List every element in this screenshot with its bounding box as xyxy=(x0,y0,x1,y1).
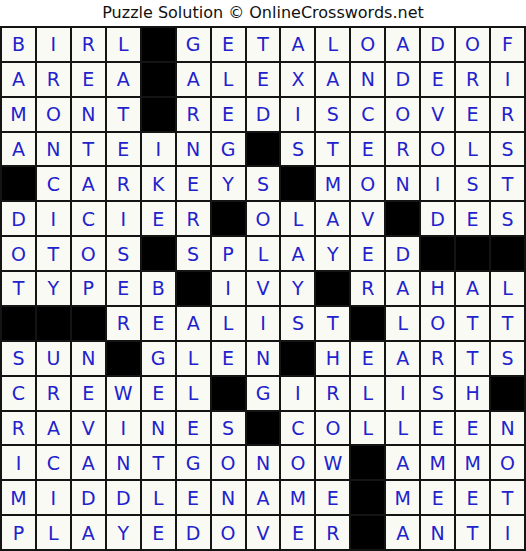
grid-cell: L xyxy=(37,516,70,549)
grid-cell: E xyxy=(421,481,454,514)
grid-cell: A xyxy=(386,446,419,479)
black-square xyxy=(351,516,384,549)
grid-cell: N xyxy=(37,133,70,166)
grid-cell: A xyxy=(386,516,419,549)
grid-cell: T xyxy=(142,446,175,479)
grid-cell: L xyxy=(316,28,349,61)
grid-cell: O xyxy=(72,237,105,270)
black-square xyxy=(281,342,314,375)
grid-cell: V xyxy=(72,412,105,445)
grid-cell: L xyxy=(212,307,245,340)
black-square xyxy=(142,237,175,270)
grid-cell: T xyxy=(37,237,70,270)
grid-cell: A xyxy=(2,133,35,166)
grid-cell: O xyxy=(351,167,384,200)
grid-cell: G xyxy=(212,133,245,166)
grid-cell: N xyxy=(386,167,419,200)
black-square xyxy=(351,446,384,479)
grid-cell: T xyxy=(316,133,349,166)
grid-cell: E xyxy=(142,516,175,549)
grid-cell: E xyxy=(351,237,384,270)
grid-cell: V xyxy=(351,202,384,235)
grid-cell: L xyxy=(247,237,280,270)
black-square xyxy=(316,272,349,305)
grid-cell: I xyxy=(212,272,245,305)
grid-cell: R xyxy=(316,516,349,549)
grid-cell: B xyxy=(142,272,175,305)
grid-cell: O xyxy=(421,133,454,166)
grid-cell: N xyxy=(247,446,280,479)
grid-cell: E xyxy=(212,28,245,61)
grid-cell: M xyxy=(386,481,419,514)
grid-cell: R xyxy=(107,307,140,340)
grid-cell: S xyxy=(107,237,140,270)
grid-cell: E xyxy=(107,272,140,305)
grid-cell: I xyxy=(491,516,524,549)
grid-cell: W xyxy=(107,377,140,410)
grid-cell: R xyxy=(177,98,210,131)
grid-cell: M xyxy=(2,481,35,514)
grid-cell: E xyxy=(281,516,314,549)
grid-cell: E xyxy=(72,377,105,410)
grid-cell: C xyxy=(72,202,105,235)
grid-cell: I xyxy=(386,377,419,410)
grid-cell: O xyxy=(247,202,280,235)
black-square xyxy=(72,307,105,340)
grid-cell: R xyxy=(37,377,70,410)
grid-cell: I xyxy=(421,167,454,200)
grid-cell: A xyxy=(37,412,70,445)
grid-cell: I xyxy=(37,202,70,235)
grid-cell: H xyxy=(456,377,489,410)
grid-cell: G xyxy=(247,377,280,410)
grid-cell: I xyxy=(142,133,175,166)
grid-cell: B xyxy=(2,28,35,61)
black-square xyxy=(37,307,70,340)
grid-cell: M xyxy=(421,446,454,479)
grid-cell: A xyxy=(386,342,419,375)
black-square xyxy=(351,481,384,514)
grid-cell: Y xyxy=(37,272,70,305)
grid-cell: N xyxy=(177,133,210,166)
grid-cell: E xyxy=(142,202,175,235)
grid-cell: V xyxy=(247,516,280,549)
grid-cell: T xyxy=(491,481,524,514)
grid-cell: N xyxy=(107,446,140,479)
grid-cell: L xyxy=(142,481,175,514)
grid-cell: D xyxy=(177,516,210,549)
grid-cell: A xyxy=(456,272,489,305)
puzzle-solution-page: Puzzle Solution © OnlineCrosswords.net B… xyxy=(0,0,526,551)
grid-cell: Y xyxy=(316,237,349,270)
grid-cell: S xyxy=(421,377,454,410)
grid-cell: R xyxy=(72,28,105,61)
grid-cell: L xyxy=(212,63,245,96)
black-square xyxy=(177,272,210,305)
black-square xyxy=(421,237,454,270)
grid-cell: A xyxy=(72,516,105,549)
grid-cell: V xyxy=(247,272,280,305)
grid-cell: U xyxy=(37,342,70,375)
grid-cell: L xyxy=(281,202,314,235)
grid-cell: N xyxy=(72,98,105,131)
grid-cell: N xyxy=(72,342,105,375)
black-square xyxy=(351,307,384,340)
grid-cell: O xyxy=(316,412,349,445)
grid-cell: M xyxy=(456,446,489,479)
grid-cell: A xyxy=(72,446,105,479)
grid-cell: L xyxy=(107,28,140,61)
grid-cell: E xyxy=(421,63,454,96)
black-square xyxy=(107,342,140,375)
grid-cell: C xyxy=(37,167,70,200)
grid-cell: T xyxy=(456,307,489,340)
grid-cell: R xyxy=(351,272,384,305)
grid-cell: L xyxy=(351,377,384,410)
grid-cell: I xyxy=(491,63,524,96)
grid-cell: D xyxy=(386,237,419,270)
grid-cell: A xyxy=(177,63,210,96)
grid-cell: G xyxy=(142,342,175,375)
black-square xyxy=(491,237,524,270)
grid-cell: T xyxy=(2,272,35,305)
grid-cell: R xyxy=(386,133,419,166)
grid-cell: S xyxy=(177,237,210,270)
grid-cell: T xyxy=(491,307,524,340)
grid-cell: N xyxy=(491,412,524,445)
black-square xyxy=(456,237,489,270)
grid-cell: P xyxy=(72,272,105,305)
black-square xyxy=(212,202,245,235)
grid-cell: N xyxy=(351,63,384,96)
grid-cell: E xyxy=(247,63,280,96)
grid-cell: S xyxy=(281,133,314,166)
grid-cell: E xyxy=(142,377,175,410)
grid-cell: T xyxy=(491,167,524,200)
grid-cell: A xyxy=(386,272,419,305)
grid-cell: A xyxy=(247,481,280,514)
grid-cell: L xyxy=(177,342,210,375)
black-square xyxy=(2,307,35,340)
grid-cell: O xyxy=(421,307,454,340)
grid-cell: C xyxy=(37,446,70,479)
grid-cell: O xyxy=(212,516,245,549)
grid-cell: T xyxy=(316,307,349,340)
grid-cell: L xyxy=(386,307,419,340)
grid-cell: I xyxy=(281,98,314,131)
grid-cell: E xyxy=(107,133,140,166)
grid-cell: C xyxy=(2,377,35,410)
grid-cell: R xyxy=(491,98,524,131)
grid-cell: W xyxy=(316,446,349,479)
grid-cell: S xyxy=(491,342,524,375)
grid-cell: D xyxy=(386,63,419,96)
grid-cell: K xyxy=(142,167,175,200)
grid-cell: D xyxy=(421,28,454,61)
grid-cell: E xyxy=(316,481,349,514)
grid-cell: E xyxy=(456,481,489,514)
grid-cell: M xyxy=(2,98,35,131)
grid-cell: S xyxy=(316,98,349,131)
black-square xyxy=(2,167,35,200)
grid-cell: N xyxy=(212,481,245,514)
black-square xyxy=(212,377,245,410)
grid-cell: E xyxy=(456,412,489,445)
grid-cell: T xyxy=(456,342,489,375)
grid-cell: T xyxy=(72,133,105,166)
grid-cell: R xyxy=(107,167,140,200)
grid-cell: M xyxy=(316,167,349,200)
grid-cell: R xyxy=(421,342,454,375)
grid-cell: G xyxy=(177,28,210,61)
grid-cell: E xyxy=(351,342,384,375)
grid-cell: E xyxy=(177,167,210,200)
grid-cell: S xyxy=(281,307,314,340)
grid-cell: L xyxy=(386,412,419,445)
grid-cell: H xyxy=(421,272,454,305)
grid-cell: A xyxy=(316,202,349,235)
grid-cell: I xyxy=(107,202,140,235)
grid-cell: R xyxy=(316,377,349,410)
grid-cell: E xyxy=(142,307,175,340)
grid-cell: D xyxy=(107,481,140,514)
grid-cell: I xyxy=(2,446,35,479)
grid-cell: O xyxy=(212,446,245,479)
grid-cell: H xyxy=(316,342,349,375)
grid-cell: T xyxy=(247,28,280,61)
black-square xyxy=(247,412,280,445)
grid-cell: P xyxy=(2,516,35,549)
grid-cell: S xyxy=(491,133,524,166)
grid-cell: I xyxy=(107,412,140,445)
grid-cell: Y xyxy=(212,167,245,200)
page-title: Puzzle Solution © OnlineCrosswords.net xyxy=(0,0,526,26)
grid-cell: N xyxy=(247,342,280,375)
grid-cell: I xyxy=(37,28,70,61)
grid-cell: P xyxy=(212,237,245,270)
grid-cell: I xyxy=(37,481,70,514)
black-square xyxy=(386,202,419,235)
grid-cell: E xyxy=(72,63,105,96)
grid-cell: A xyxy=(281,28,314,61)
grid-cell: N xyxy=(142,412,175,445)
grid-cell: S xyxy=(456,167,489,200)
grid-cell: A xyxy=(177,307,210,340)
grid-cell: A xyxy=(107,63,140,96)
grid-cell: A xyxy=(2,63,35,96)
black-square xyxy=(281,167,314,200)
grid-cell: A xyxy=(316,63,349,96)
black-square xyxy=(247,133,280,166)
grid-cell: X xyxy=(281,63,314,96)
grid-cell: N xyxy=(421,516,454,549)
grid-cell: R xyxy=(37,63,70,96)
grid-cell: G xyxy=(177,446,210,479)
grid-cell: S xyxy=(247,167,280,200)
grid-cell: T xyxy=(107,98,140,131)
grid-cell: S xyxy=(491,202,524,235)
grid-cell: A xyxy=(72,167,105,200)
grid-cell: D xyxy=(72,481,105,514)
grid-cell: I xyxy=(247,307,280,340)
grid-cell: R xyxy=(456,63,489,96)
grid-cell: E xyxy=(421,412,454,445)
grid-cell: L xyxy=(456,133,489,166)
grid-cell: R xyxy=(2,412,35,445)
grid-cell: F xyxy=(491,28,524,61)
grid-cell: V xyxy=(421,98,454,131)
grid-cell: E xyxy=(456,202,489,235)
black-square xyxy=(491,377,524,410)
grid-cell: T xyxy=(456,516,489,549)
grid-cell: O xyxy=(456,28,489,61)
black-square xyxy=(142,98,175,131)
grid-cell: Y xyxy=(281,272,314,305)
grid-cell: O xyxy=(2,237,35,270)
grid-cell: E xyxy=(351,133,384,166)
grid-cell: D xyxy=(421,202,454,235)
grid-cell: E xyxy=(212,98,245,131)
black-square xyxy=(142,28,175,61)
grid-cell: M xyxy=(281,481,314,514)
grid-cell: E xyxy=(177,481,210,514)
grid-cell: L xyxy=(351,412,384,445)
grid-cell: A xyxy=(281,237,314,270)
grid-cell: E xyxy=(212,342,245,375)
grid-cell: Y xyxy=(107,516,140,549)
grid-cell: R xyxy=(177,202,210,235)
grid-cell: L xyxy=(177,377,210,410)
black-square xyxy=(142,63,175,96)
grid-cell: O xyxy=(386,98,419,131)
grid-cell: D xyxy=(2,202,35,235)
grid-cell: O xyxy=(281,446,314,479)
grid-cell: L xyxy=(491,272,524,305)
grid-cell: S xyxy=(212,412,245,445)
grid-cell: A xyxy=(386,28,419,61)
grid-cell: O xyxy=(351,28,384,61)
grid-cell: E xyxy=(177,412,210,445)
grid-cell: C xyxy=(281,412,314,445)
grid-cell: I xyxy=(281,377,314,410)
grid-cell: S xyxy=(2,342,35,375)
grid-cell: C xyxy=(351,98,384,131)
grid-cell: D xyxy=(247,98,280,131)
grid-cell: O xyxy=(491,446,524,479)
grid-cell: O xyxy=(37,98,70,131)
grid-cell: E xyxy=(456,98,489,131)
crossword-grid: BIRLGETALOADOFAREAALEXANDERIMONTREDISCOV… xyxy=(0,26,526,551)
